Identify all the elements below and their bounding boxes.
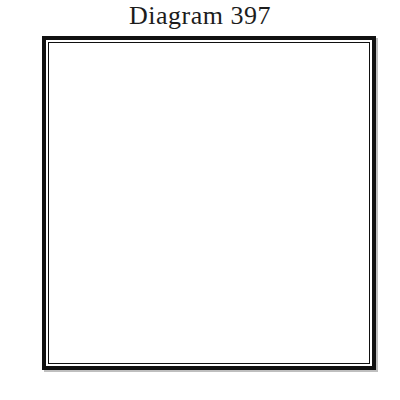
rank-labels bbox=[8, 43, 34, 363]
diagram-page: Diagram 397 bbox=[0, 0, 400, 400]
board-frame bbox=[42, 36, 376, 370]
chess-board bbox=[49, 43, 369, 363]
diagram-title: Diagram 397 bbox=[0, 1, 400, 31]
board-inner-border bbox=[48, 42, 370, 364]
